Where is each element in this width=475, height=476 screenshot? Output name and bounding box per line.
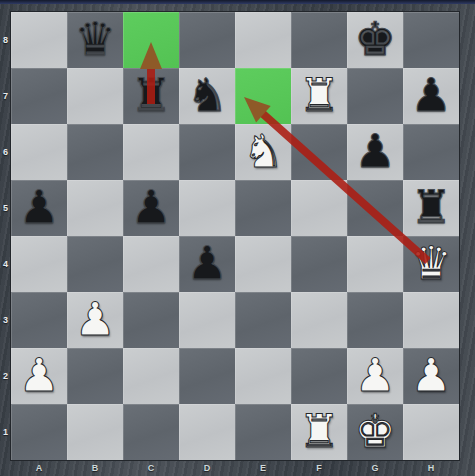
file-label-h: H bbox=[403, 460, 459, 476]
square-c7[interactable]: ♜ bbox=[123, 68, 179, 124]
square-a6[interactable] bbox=[11, 124, 67, 180]
white-pawn: ♟ bbox=[403, 348, 459, 404]
square-f6[interactable] bbox=[291, 124, 347, 180]
square-b2[interactable] bbox=[67, 348, 123, 404]
file-label-d: D bbox=[179, 460, 235, 476]
square-c6[interactable] bbox=[123, 124, 179, 180]
white-pawn: ♟ bbox=[67, 292, 123, 348]
square-c5[interactable]: ♟ bbox=[123, 180, 179, 236]
square-c4[interactable] bbox=[123, 236, 179, 292]
white-pawn: ♟ bbox=[347, 348, 403, 404]
rank-label-8: 8 bbox=[0, 12, 11, 68]
black-pawn: ♟ bbox=[403, 68, 459, 124]
square-h3[interactable] bbox=[403, 292, 459, 348]
square-e5[interactable] bbox=[235, 180, 291, 236]
white-king: ♚ bbox=[347, 404, 403, 460]
square-b6[interactable] bbox=[67, 124, 123, 180]
square-a2[interactable]: ♟ bbox=[11, 348, 67, 404]
square-d5[interactable] bbox=[179, 180, 235, 236]
black-pawn: ♟ bbox=[11, 180, 67, 236]
square-a5[interactable]: ♟ bbox=[11, 180, 67, 236]
square-f2[interactable] bbox=[291, 348, 347, 404]
file-label-a: A bbox=[11, 460, 67, 476]
square-g4[interactable] bbox=[347, 236, 403, 292]
square-d8[interactable] bbox=[179, 12, 235, 68]
square-a8[interactable] bbox=[11, 12, 67, 68]
rank-label-4: 4 bbox=[0, 236, 11, 292]
file-label-e: E bbox=[235, 460, 291, 476]
black-rook: ♜ bbox=[403, 180, 459, 236]
square-c8[interactable] bbox=[123, 12, 179, 68]
square-b7[interactable] bbox=[67, 68, 123, 124]
square-h8[interactable] bbox=[403, 12, 459, 68]
rank-label-6: 6 bbox=[0, 124, 11, 180]
square-b8[interactable]: ♛ bbox=[67, 12, 123, 68]
square-g5[interactable] bbox=[347, 180, 403, 236]
square-d3[interactable] bbox=[179, 292, 235, 348]
window-top-strip bbox=[0, 0, 475, 4]
square-c3[interactable] bbox=[123, 292, 179, 348]
square-e8[interactable] bbox=[235, 12, 291, 68]
square-h6[interactable] bbox=[403, 124, 459, 180]
square-f8[interactable] bbox=[291, 12, 347, 68]
square-h5[interactable]: ♜ bbox=[403, 180, 459, 236]
white-rook: ♜ bbox=[291, 68, 347, 124]
white-knight: ♞ bbox=[235, 124, 291, 180]
square-h1[interactable] bbox=[403, 404, 459, 460]
black-pawn: ♟ bbox=[347, 124, 403, 180]
square-g7[interactable] bbox=[347, 68, 403, 124]
file-label-c: C bbox=[123, 460, 179, 476]
square-g2[interactable]: ♟ bbox=[347, 348, 403, 404]
rank-label-3: 3 bbox=[0, 292, 11, 348]
square-f1[interactable]: ♜ bbox=[291, 404, 347, 460]
square-a1[interactable] bbox=[11, 404, 67, 460]
chess-board: ♛♚♜♞♜♟♞♟♟♟♜♟♛♟♟♟♟♜♚ bbox=[11, 12, 459, 460]
rank-label-1: 1 bbox=[0, 404, 11, 460]
rank-label-5: 5 bbox=[0, 180, 11, 236]
square-g6[interactable]: ♟ bbox=[347, 124, 403, 180]
square-f5[interactable] bbox=[291, 180, 347, 236]
square-d2[interactable] bbox=[179, 348, 235, 404]
square-g8[interactable]: ♚ bbox=[347, 12, 403, 68]
black-rook: ♜ bbox=[123, 68, 179, 124]
white-queen: ♛ bbox=[403, 236, 459, 292]
square-b3[interactable]: ♟ bbox=[67, 292, 123, 348]
square-h2[interactable]: ♟ bbox=[403, 348, 459, 404]
chess-board-frame: ♛♚♜♞♜♟♞♟♟♟♜♟♛♟♟♟♟♜♚ 87654321 ABCDEFGH bbox=[0, 0, 475, 476]
rank-label-2: 2 bbox=[0, 348, 11, 404]
white-pawn: ♟ bbox=[11, 348, 67, 404]
black-queen: ♛ bbox=[67, 12, 123, 68]
square-a7[interactable] bbox=[11, 68, 67, 124]
square-b1[interactable] bbox=[67, 404, 123, 460]
square-e2[interactable] bbox=[235, 348, 291, 404]
square-e7[interactable] bbox=[235, 68, 291, 124]
file-label-f: F bbox=[291, 460, 347, 476]
square-e3[interactable] bbox=[235, 292, 291, 348]
square-a3[interactable] bbox=[11, 292, 67, 348]
square-e4[interactable] bbox=[235, 236, 291, 292]
square-c2[interactable] bbox=[123, 348, 179, 404]
file-label-g: G bbox=[347, 460, 403, 476]
square-e1[interactable] bbox=[235, 404, 291, 460]
square-e6[interactable]: ♞ bbox=[235, 124, 291, 180]
black-pawn: ♟ bbox=[179, 236, 235, 292]
square-d4[interactable]: ♟ bbox=[179, 236, 235, 292]
black-knight: ♞ bbox=[179, 68, 235, 124]
square-b5[interactable] bbox=[67, 180, 123, 236]
black-pawn: ♟ bbox=[123, 180, 179, 236]
file-label-b: B bbox=[67, 460, 123, 476]
square-d1[interactable] bbox=[179, 404, 235, 460]
black-king: ♚ bbox=[347, 12, 403, 68]
square-f3[interactable] bbox=[291, 292, 347, 348]
square-d7[interactable]: ♞ bbox=[179, 68, 235, 124]
square-f4[interactable] bbox=[291, 236, 347, 292]
square-g3[interactable] bbox=[347, 292, 403, 348]
square-f7[interactable]: ♜ bbox=[291, 68, 347, 124]
square-g1[interactable]: ♚ bbox=[347, 404, 403, 460]
square-d6[interactable] bbox=[179, 124, 235, 180]
square-b4[interactable] bbox=[67, 236, 123, 292]
square-h4[interactable]: ♛ bbox=[403, 236, 459, 292]
white-rook: ♜ bbox=[291, 404, 347, 460]
square-a4[interactable] bbox=[11, 236, 67, 292]
square-c1[interactable] bbox=[123, 404, 179, 460]
rank-label-7: 7 bbox=[0, 68, 11, 124]
square-h7[interactable]: ♟ bbox=[403, 68, 459, 124]
